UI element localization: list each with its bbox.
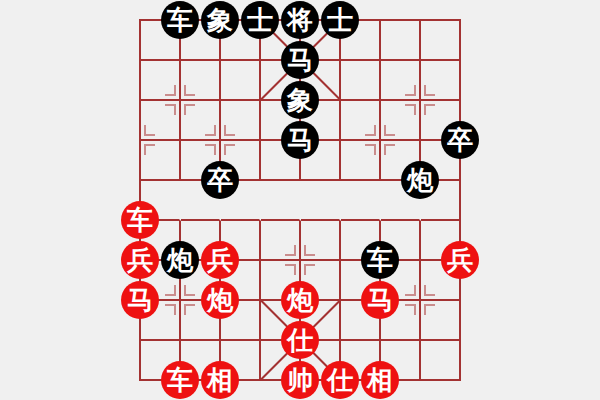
- piece-red-cannon[interactable]: 炮: [281, 281, 319, 319]
- board-overlay: 车象士将士马象马卒卒炮炮车车兵兵兵马炮炮马仕车相帅仕相: [140, 20, 460, 380]
- piece-red-elephant[interactable]: 相: [361, 361, 399, 399]
- marker-bracket: [165, 85, 176, 96]
- piece-black-general[interactable]: 将: [281, 1, 319, 39]
- app-background: 车象士将士马象马卒卒炮炮车车兵兵兵马炮炮马仕车相帅仕相: [0, 0, 600, 400]
- marker-bracket: [224, 144, 235, 155]
- piece-black-advisor[interactable]: 士: [241, 1, 279, 39]
- marker-bracket: [384, 125, 395, 136]
- piece-black-horse[interactable]: 马: [281, 121, 319, 159]
- marker-bracket: [365, 125, 376, 136]
- piece-black-horse[interactable]: 马: [281, 41, 319, 79]
- piece-red-advisor[interactable]: 仕: [281, 321, 319, 359]
- piece-red-horse[interactable]: 马: [361, 281, 399, 319]
- marker-bracket: [304, 245, 315, 256]
- marker-bracket: [304, 264, 315, 275]
- marker-bracket: [165, 304, 176, 315]
- marker-bracket: [424, 85, 435, 96]
- piece-black-cannon[interactable]: 炮: [401, 161, 439, 199]
- marker-bracket: [224, 125, 235, 136]
- piece-red-soldier[interactable]: 兵: [121, 241, 159, 279]
- marker-bracket: [205, 144, 216, 155]
- piece-red-advisor[interactable]: 仕: [321, 361, 359, 399]
- piece-red-chariot[interactable]: 车: [161, 361, 199, 399]
- marker-bracket: [165, 285, 176, 296]
- marker-bracket: [405, 85, 416, 96]
- marker-bracket: [285, 264, 296, 275]
- marker-bracket: [405, 104, 416, 115]
- piece-red-soldier[interactable]: 兵: [441, 241, 479, 279]
- piece-black-chariot[interactable]: 车: [161, 1, 199, 39]
- marker-bracket: [184, 285, 195, 296]
- piece-black-soldier[interactable]: 卒: [201, 161, 239, 199]
- piece-black-advisor[interactable]: 士: [321, 1, 359, 39]
- marker-bracket: [165, 104, 176, 115]
- piece-red-soldier[interactable]: 兵: [201, 241, 239, 279]
- marker-bracket: [405, 285, 416, 296]
- marker-bracket: [424, 104, 435, 115]
- marker-bracket: [205, 125, 216, 136]
- marker-bracket: [184, 104, 195, 115]
- piece-black-elephant[interactable]: 象: [281, 81, 319, 119]
- marker-bracket: [365, 144, 376, 155]
- marker-bracket: [285, 245, 296, 256]
- piece-black-elephant[interactable]: 象: [201, 1, 239, 39]
- piece-black-chariot[interactable]: 车: [361, 241, 399, 279]
- piece-red-chariot[interactable]: 车: [121, 201, 159, 239]
- piece-black-cannon[interactable]: 炮: [161, 241, 199, 279]
- marker-bracket: [384, 144, 395, 155]
- marker-bracket: [424, 285, 435, 296]
- piece-red-general[interactable]: 帅: [281, 361, 319, 399]
- marker-bracket: [144, 144, 155, 155]
- piece-red-elephant[interactable]: 相: [201, 361, 239, 399]
- piece-red-horse[interactable]: 马: [121, 281, 159, 319]
- piece-black-soldier[interactable]: 卒: [441, 121, 479, 159]
- marker-bracket: [184, 85, 195, 96]
- marker-bracket: [144, 125, 155, 136]
- marker-bracket: [405, 304, 416, 315]
- marker-bracket: [184, 304, 195, 315]
- marker-bracket: [424, 304, 435, 315]
- piece-red-cannon[interactable]: 炮: [201, 281, 239, 319]
